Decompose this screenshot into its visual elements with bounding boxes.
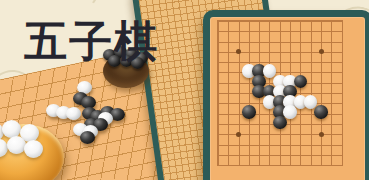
black-stone	[314, 105, 328, 119]
white-stone	[283, 105, 297, 119]
star-point	[319, 132, 324, 137]
star-point	[236, 132, 241, 137]
black-stone	[294, 75, 308, 89]
white-stone	[66, 107, 81, 120]
black-stone	[273, 116, 287, 130]
white-stone	[7, 136, 26, 154]
star-point	[236, 49, 241, 54]
main-gomoku-board[interactable]	[203, 10, 369, 180]
white-stone	[24, 140, 43, 158]
black-stone	[242, 105, 256, 119]
black-stone	[80, 131, 95, 144]
board-grid	[217, 20, 343, 166]
star-point	[319, 49, 324, 54]
game-title: 五子棋	[24, 18, 159, 65]
gomoku-banner: 五子棋	[0, 0, 369, 180]
